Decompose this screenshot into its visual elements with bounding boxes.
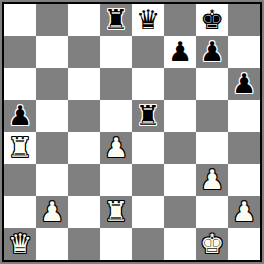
square-c8[interactable] (68, 4, 100, 36)
square-g5[interactable] (196, 100, 228, 132)
square-a5[interactable]: ♟ (4, 100, 36, 132)
square-e5[interactable]: ♜ (132, 100, 164, 132)
square-f3[interactable] (164, 164, 196, 196)
white-pawn-g3[interactable]: ♟ (200, 164, 224, 196)
square-e8[interactable]: ♛ (132, 4, 164, 36)
board-frame: ♜♛♚♟♟♟♟♜♜♟♟♟♜♟♛♚ (0, 0, 264, 264)
black-rook-e5[interactable]: ♜ (136, 100, 160, 132)
square-g7[interactable]: ♟ (196, 36, 228, 68)
white-rook-d2[interactable]: ♜ (104, 196, 128, 228)
black-king-g8[interactable]: ♚ (200, 4, 224, 36)
square-e3[interactable] (132, 164, 164, 196)
square-f1[interactable] (164, 228, 196, 260)
square-c6[interactable] (68, 68, 100, 100)
square-d3[interactable] (100, 164, 132, 196)
square-g6[interactable] (196, 68, 228, 100)
square-d5[interactable] (100, 100, 132, 132)
square-b7[interactable] (36, 36, 68, 68)
square-d1[interactable] (100, 228, 132, 260)
square-c4[interactable] (68, 132, 100, 164)
square-f7[interactable]: ♟ (164, 36, 196, 68)
square-d6[interactable] (100, 68, 132, 100)
square-f5[interactable] (164, 100, 196, 132)
square-g1[interactable]: ♚ (196, 228, 228, 260)
square-a8[interactable] (4, 4, 36, 36)
square-b3[interactable] (36, 164, 68, 196)
square-d4[interactable]: ♟ (100, 132, 132, 164)
square-c2[interactable] (68, 196, 100, 228)
square-c3[interactable] (68, 164, 100, 196)
square-b6[interactable] (36, 68, 68, 100)
square-a4[interactable]: ♜ (4, 132, 36, 164)
square-b1[interactable] (36, 228, 68, 260)
square-e6[interactable] (132, 68, 164, 100)
square-a1[interactable]: ♛ (4, 228, 36, 260)
square-g2[interactable] (196, 196, 228, 228)
square-d2[interactable]: ♜ (100, 196, 132, 228)
square-f2[interactable] (164, 196, 196, 228)
square-b5[interactable] (36, 100, 68, 132)
square-c1[interactable] (68, 228, 100, 260)
chess-app: { "game": "chess", "position": { "fen": … (0, 0, 264, 264)
square-a7[interactable] (4, 36, 36, 68)
square-c7[interactable] (68, 36, 100, 68)
square-a2[interactable] (4, 196, 36, 228)
square-e7[interactable] (132, 36, 164, 68)
square-f6[interactable] (164, 68, 196, 100)
square-h4[interactable] (228, 132, 260, 164)
square-h5[interactable] (228, 100, 260, 132)
square-h2[interactable]: ♟ (228, 196, 260, 228)
chess-board: ♜♛♚♟♟♟♟♜♜♟♟♟♜♟♛♚ (2, 2, 262, 262)
square-b2[interactable]: ♟ (36, 196, 68, 228)
white-pawn-b2[interactable]: ♟ (40, 196, 64, 228)
white-rook-a4[interactable]: ♜ (8, 132, 32, 164)
white-king-g1[interactable]: ♚ (200, 228, 224, 260)
square-e1[interactable] (132, 228, 164, 260)
white-pawn-d4[interactable]: ♟ (104, 132, 128, 164)
square-h6[interactable]: ♟ (228, 68, 260, 100)
square-f4[interactable] (164, 132, 196, 164)
square-h8[interactable] (228, 4, 260, 36)
square-g4[interactable] (196, 132, 228, 164)
black-rook-d8[interactable]: ♜ (104, 4, 128, 36)
square-a6[interactable] (4, 68, 36, 100)
square-c5[interactable] (68, 100, 100, 132)
black-pawn-a5[interactable]: ♟ (8, 100, 32, 132)
square-f8[interactable] (164, 4, 196, 36)
square-d8[interactable]: ♜ (100, 4, 132, 36)
square-e4[interactable] (132, 132, 164, 164)
black-pawn-g7[interactable]: ♟ (200, 36, 224, 68)
square-b8[interactable] (36, 4, 68, 36)
black-pawn-h6[interactable]: ♟ (232, 68, 256, 100)
square-g8[interactable]: ♚ (196, 4, 228, 36)
black-pawn-f7[interactable]: ♟ (168, 36, 192, 68)
square-b4[interactable] (36, 132, 68, 164)
white-queen-a1[interactable]: ♛ (8, 228, 32, 260)
white-pawn-h2[interactable]: ♟ (232, 196, 256, 228)
square-d7[interactable] (100, 36, 132, 68)
black-queen-e8[interactable]: ♛ (136, 4, 160, 36)
square-a3[interactable] (4, 164, 36, 196)
square-e2[interactable] (132, 196, 164, 228)
square-h1[interactable] (228, 228, 260, 260)
square-h3[interactable] (228, 164, 260, 196)
square-h7[interactable] (228, 36, 260, 68)
square-g3[interactable]: ♟ (196, 164, 228, 196)
